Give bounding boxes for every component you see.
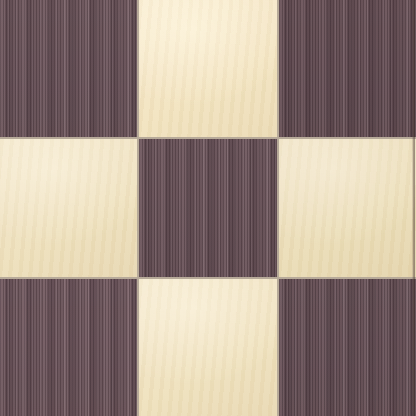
board-square-r3c2[interactable] <box>139 279 276 416</box>
board-square-r1c1[interactable] <box>0 0 137 137</box>
board-square-r3c1[interactable] <box>0 279 137 416</box>
board-square-r2c1[interactable] <box>0 139 137 276</box>
board-square-r2c2[interactable] <box>139 139 276 276</box>
board-square-r1c3[interactable] <box>279 0 416 137</box>
board-square-r3c3[interactable] <box>279 279 416 416</box>
board-square-r1c2[interactable] <box>139 0 276 137</box>
board-square-r2c3[interactable] <box>279 139 416 276</box>
chess-board <box>0 0 416 416</box>
